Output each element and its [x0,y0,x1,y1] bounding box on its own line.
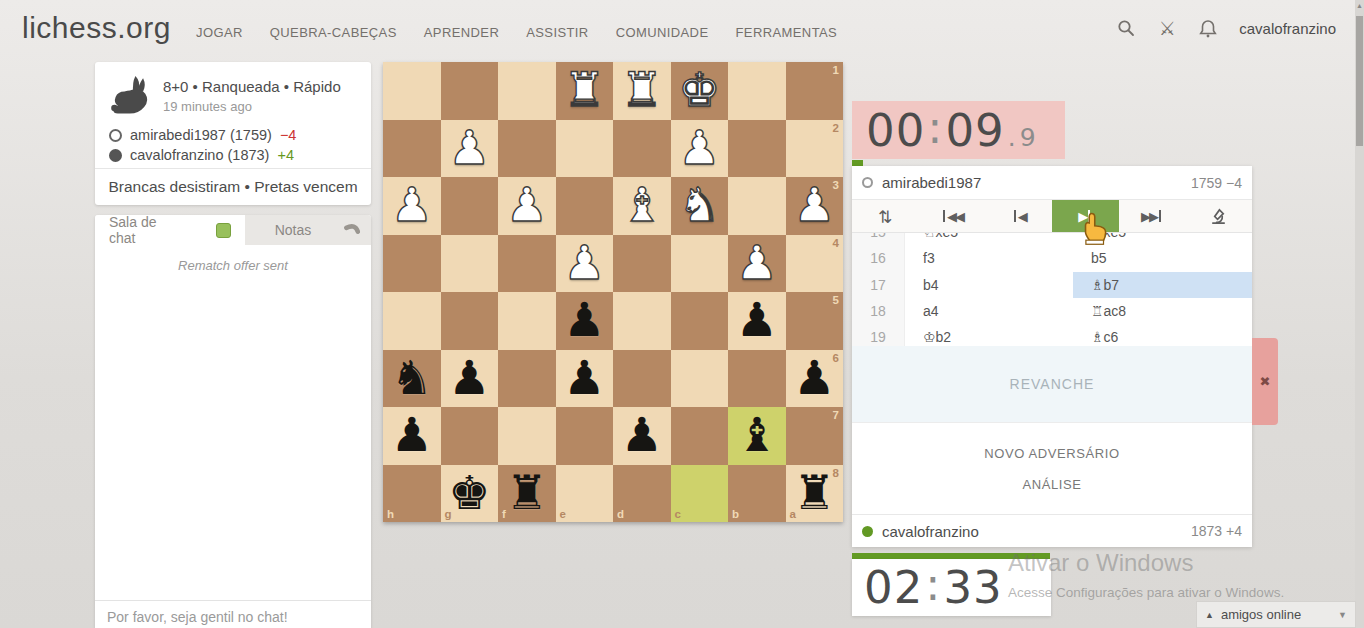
black-bishop-b7[interactable]: ♝ [728,407,786,465]
file-label-c: c [675,508,681,520]
black-clock: 02:33 [852,559,1051,616]
black-pawn-e5[interactable]: ♟ [556,292,614,350]
chat-toggle[interactable] [216,223,231,238]
first-move-button[interactable]: ◀◀ [919,200,986,232]
square-e3[interactable] [556,177,614,235]
meta-player-white[interactable]: amirabedi1987 (1759) −4 [109,127,357,143]
white-clock-tenths: 9 [1020,123,1037,152]
tab-notes[interactable]: Notas [245,215,341,245]
move-row-17: 17b4♗b7 [852,272,1252,298]
square-h3[interactable]: ♟ [383,177,441,235]
rapid-rabbit-icon [109,75,153,119]
move-number: 19 [852,324,905,346]
black-pawn-g6[interactable]: ♟ [441,350,499,408]
file-label-e: e [560,508,566,520]
white-clock: 00:09.9 [852,101,1065,159]
rank-label-3: 3 [833,179,839,191]
black-player-name[interactable]: cavalofranzino [882,523,1191,540]
friends-bar-expand-icon: ▲ [1205,610,1214,620]
game-result-text: Brancas desistiram • Pretas vencem [95,168,371,196]
game-side-panel: amirabedi1987 1759 −4 ⇄ ◀◀ ◀ ▶ ▶▶ 15♘xe5… [852,166,1252,547]
square-f6[interactable] [498,350,556,408]
square-f7[interactable] [498,407,556,465]
scrollbar-thumb[interactable] [1356,16,1363,146]
square-f5[interactable] [498,292,556,350]
search-icon[interactable] [1116,18,1136,38]
chat-card: Sala de chat Notas Rematch offer sent Po… [95,215,371,628]
square-c2[interactable]: ♟ [671,120,729,178]
square-g2[interactable]: ♟ [441,120,499,178]
square-a1[interactable]: 1 [786,62,844,120]
square-e6[interactable]: ♟ [556,350,614,408]
black-player-rating: 1873 [1191,523,1222,539]
square-a6[interactable]: ♟6 [786,350,844,408]
square-c4[interactable] [671,235,729,293]
flip-icon: ⇄ [875,209,896,223]
square-g3[interactable] [441,177,499,235]
square-b2[interactable] [728,120,786,178]
white-player-rating: 1759 [1191,175,1222,191]
white-player-name[interactable]: amirabedi1987 [882,174,1191,191]
square-h5[interactable] [383,292,441,350]
replay-controls: ⇄ ◀◀ ◀ ▶ ▶▶ [852,200,1252,233]
white-move[interactable]: b4 [905,272,1073,298]
square-e1[interactable]: ♜ [556,62,614,120]
move-row-15: 15♘xe5♕xe5 [852,233,1252,245]
square-b5[interactable]: ♟ [728,292,786,350]
square-c7[interactable] [671,407,729,465]
friends-bar-caret-icon: ▼ [1338,610,1347,620]
white-player-bar[interactable]: amirabedi1987 1759 −4 [852,166,1252,200]
square-g5[interactable] [441,292,499,350]
square-f3[interactable]: ♟ [498,177,556,235]
square-a2[interactable]: 2 [786,120,844,178]
square-h6[interactable]: ♞ [383,350,441,408]
white-pawn-c2[interactable]: ♟ [671,120,729,178]
friends-online-bar[interactable]: ▲ amigos online ▼ [1196,601,1356,628]
chat-system-message: Rematch offer sent [95,258,371,273]
meta-player-black[interactable]: cavalofranzino (1873) +4 [109,147,357,163]
white-pawn-g2[interactable]: ♟ [441,120,499,178]
square-d2[interactable] [613,120,671,178]
square-h4[interactable] [383,235,441,293]
scrollbar-up-arrow[interactable]: ▲ [1355,2,1364,9]
square-d1[interactable]: ♜ [613,62,671,120]
square-h1[interactable] [383,62,441,120]
menu-item-aprender[interactable]: APRENDER [424,25,499,40]
square-c5[interactable] [671,292,729,350]
lichess-logo[interactable]: lichess.org [22,11,171,45]
rank-label-6: 6 [833,352,839,364]
square-d8[interactable]: d [613,465,671,523]
square-d3[interactable]: ♝ [613,177,671,235]
move-number: 18 [852,298,905,324]
game-meta-card: 8+0 • Ranqueada • Rápido 19 minutes ago … [95,62,371,205]
square-e8[interactable]: e [556,465,614,523]
meta-player-list: amirabedi1987 (1759) −4cavalofranzino (1… [95,125,371,163]
black-knight-h6[interactable]: ♞ [383,350,441,408]
square-h7[interactable]: ♟ [383,407,441,465]
white-pawn-b4[interactable]: ♟ [728,235,786,293]
game-meta-ago: 19 minutes ago [163,99,341,114]
black-player-online-dot [862,526,873,537]
challenges-icon[interactable]: ⚔ [1157,18,1177,38]
move-row-16: 16f3b5 [852,245,1252,271]
white-move[interactable]: ♔b2 [905,324,1073,346]
next-move-icon: ▶ [1078,209,1086,224]
white-clock-seconds: 09 [945,104,1004,157]
black-move[interactable]: ♗b7 [1073,272,1252,298]
black-pawn-e6[interactable]: ♟ [556,350,614,408]
menu-item-ferramentas[interactable]: FERRAMENTAS [735,25,837,40]
square-d5[interactable] [613,292,671,350]
move-number: 17 [852,272,905,298]
top-nav-bar: lichess.org JOGARQUEBRA-CABEÇASAPRENDERA… [0,0,1364,56]
white-bishop-d3[interactable]: ♝ [613,177,671,235]
last-move-button[interactable]: ▶▶ [1119,200,1186,232]
chat-tab-label: Sala de chat [109,214,186,246]
move-number: 15 [852,233,905,245]
last-move-icon: ▶▶ [1141,209,1157,224]
black-pawn-h7[interactable]: ♟ [383,407,441,465]
file-label-a: a [790,508,796,520]
close-icon[interactable]: ✖ [1252,338,1278,425]
analysis-button[interactable]: ANÁLISE [852,469,1252,500]
square-g4[interactable] [441,235,499,293]
square-e4[interactable]: ♟ [556,235,614,293]
square-e7[interactable] [556,407,614,465]
square-f4[interactable] [498,235,556,293]
white-rook-e1[interactable]: ♜ [556,62,614,120]
square-b6[interactable] [728,350,786,408]
page-scrollbar[interactable]: ▲ [1355,0,1364,628]
file-label-d: d [617,508,624,520]
menu-item-quebra-cabeças[interactable]: QUEBRA-CABEÇAS [270,25,397,40]
black-move[interactable]: ♕xe5 [1073,233,1252,245]
friends-bar-label: amigos online [1221,607,1301,622]
analysis-board-button[interactable] [1185,200,1252,232]
menu-item-comunidade[interactable]: COMUNIDADE [616,25,709,40]
white-king-c1[interactable]: ♚ [671,62,729,120]
square-c3[interactable]: ♞ [671,177,729,235]
black-move[interactable]: ♗c6 [1073,324,1252,346]
notes-tab-label: Notas [275,222,312,238]
previous-move-button[interactable]: ◀ [985,200,1052,232]
black-rook-f8[interactable]: ♜ [498,465,556,523]
black-player-bar[interactable]: cavalofranzino 1873 +4 [852,514,1252,547]
rematch-button[interactable]: REVANCHE [852,346,1252,422]
square-a5[interactable]: 5 [786,292,844,350]
white-player-circle-icon [862,177,873,188]
move-list[interactable]: 15♘xe5♕xe516f3b517b4♗b718a4♖ac819♔b2♗c6 [852,233,1252,346]
square-c6[interactable] [671,350,729,408]
file-label-b: b [732,508,739,520]
square-c1[interactable]: ♚ [671,62,729,120]
square-a8[interactable]: ♜a8 [786,465,844,523]
square-g7[interactable] [441,407,499,465]
rank-label-7: 7 [833,409,839,421]
user-menu[interactable]: cavalofranzino [1239,20,1336,37]
square-d6[interactable] [613,350,671,408]
chat-input[interactable]: Por favor, seja gentil no chat! [95,600,371,628]
new-opponent-button[interactable]: NOVO ADVERSÁRIO [852,438,1252,469]
black-pawn-d7[interactable]: ♟ [613,407,671,465]
square-d7[interactable]: ♟ [613,407,671,465]
white-move[interactable]: ♘xe5 [905,233,1073,245]
black-rating-diff: +4 [1226,523,1242,539]
microscope-icon [1210,208,1227,225]
flip-board-button[interactable]: ⇄ [852,200,919,232]
phone-icon[interactable] [343,218,363,242]
move-row-18: 18a4♖ac8 [852,298,1252,324]
square-a3[interactable]: ♟3 [786,177,844,235]
square-e2[interactable] [556,120,614,178]
move-row-19: 19♔b2♗c6 [852,324,1252,346]
rank-label-8: 8 [833,467,839,479]
square-a4[interactable]: 4 [786,235,844,293]
meta-player-text: amirabedi1987 (1759) −4 [130,127,296,143]
white-pawn-e4[interactable]: ♟ [556,235,614,293]
square-b1[interactable] [728,62,786,120]
white-rook-d1[interactable]: ♜ [613,62,671,120]
square-h2[interactable] [383,120,441,178]
white-move[interactable]: f3 [905,245,1073,271]
square-d4[interactable] [613,235,671,293]
white-clock-minutes: 00 [866,104,925,157]
rank-label-1: 1 [833,64,839,76]
file-label-g: g [445,508,452,520]
square-f1[interactable] [498,62,556,120]
rank-label-4: 4 [833,237,839,249]
black-move[interactable]: b5 [1073,245,1252,271]
square-b4[interactable]: ♟ [728,235,786,293]
square-b8[interactable]: b [728,465,786,523]
square-h8[interactable]: h [383,465,441,523]
white-move[interactable]: a4 [905,298,1073,324]
square-c8[interactable]: c [671,465,729,523]
file-label-f: f [502,508,506,520]
white-pawn-h3[interactable]: ♟ [383,177,441,235]
square-b3[interactable] [728,177,786,235]
square-f8[interactable]: ♜f [498,465,556,523]
rank-label-2: 2 [833,122,839,134]
square-e5[interactable]: ♟ [556,292,614,350]
black-circle-icon [109,149,122,162]
meta-player-text: cavalofranzino (1873) +4 [130,147,294,163]
previous-move-icon: ◀ [1018,209,1026,224]
square-f2[interactable] [498,120,556,178]
main-menu: JOGARQUEBRA-CABEÇASAPRENDERASSISTIRCOMUN… [196,25,837,40]
square-b7[interactable]: ♝ [728,407,786,465]
white-circle-icon [109,129,122,142]
next-move-button[interactable]: ▶ [1052,200,1119,232]
notifications-bell-icon[interactable] [1198,18,1218,38]
menu-item-assistir[interactable]: ASSISTIR [526,25,588,40]
black-move[interactable]: ♖ac8 [1073,298,1252,324]
white-knight-c3[interactable]: ♞ [671,177,729,235]
black-clock-seconds: 33 [943,561,1002,614]
move-list-rows: 15♘xe5♕xe516f3b517b4♗b718a4♖ac819♔b2♗c6 [852,233,1252,346]
square-g1[interactable] [441,62,499,120]
square-a7[interactable]: 7 [786,407,844,465]
square-g6[interactable]: ♟ [441,350,499,408]
file-label-h: h [387,508,394,520]
white-rating-diff: −4 [1226,175,1242,191]
move-number: 16 [852,245,905,271]
white-pawn-f3[interactable]: ♟ [498,177,556,235]
black-pawn-b5[interactable]: ♟ [728,292,786,350]
tab-chat-room[interactable]: Sala de chat [95,215,245,245]
rank-label-5: 5 [833,294,839,306]
menu-item-jogar[interactable]: JOGAR [196,25,243,40]
game-meta-title: 8+0 • Ranqueada • Rápido [163,75,341,95]
black-clock-minutes: 02 [864,561,923,614]
chess-board[interactable]: ♜♜♚1♟♟2♟♟♝♞♟3♟♟4♟♟5♞♟♟♟6♟♟♝7h♚g♜fedcb♜a8 [383,62,843,522]
first-move-icon: ◀◀ [947,209,963,224]
square-g8[interactable]: ♚g [441,465,499,523]
